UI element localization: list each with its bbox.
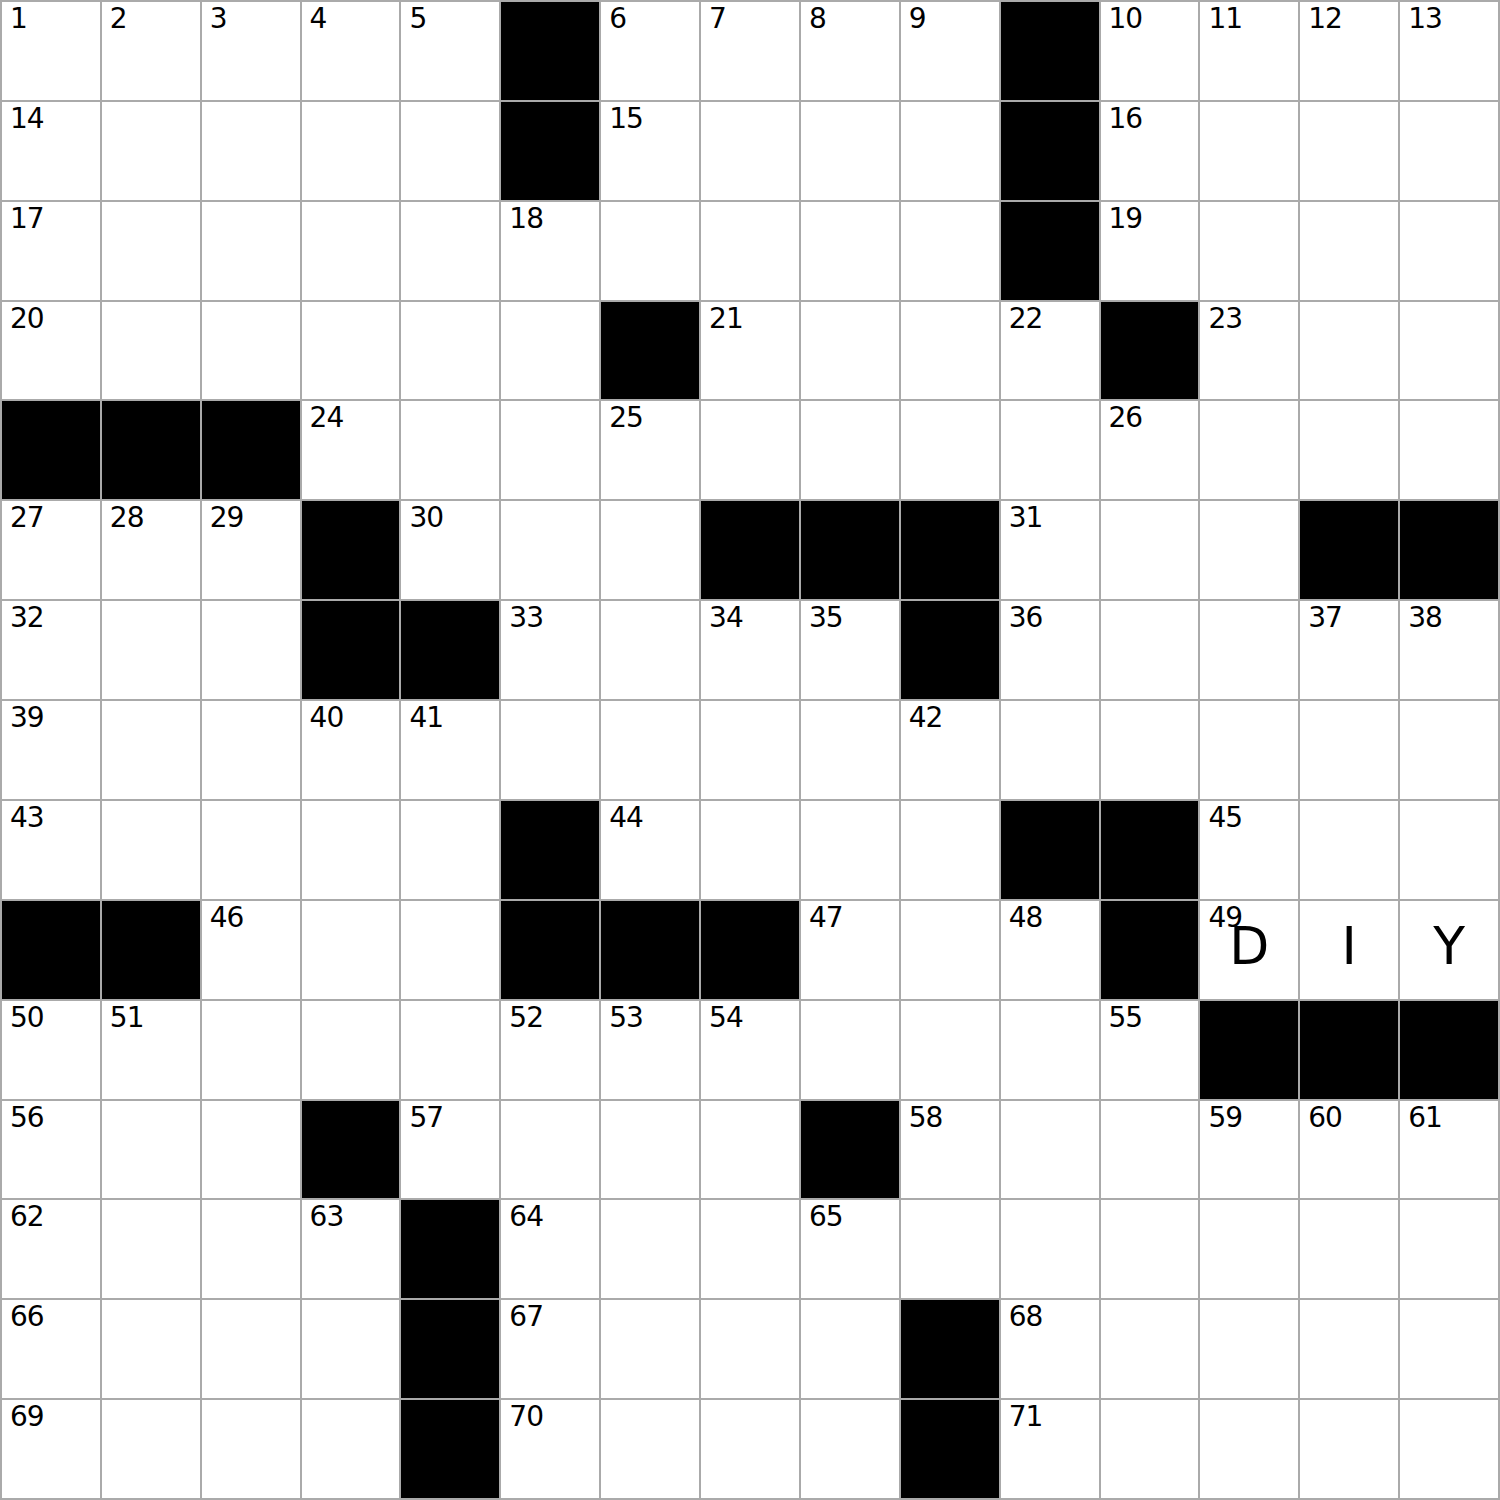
black-square [202, 401, 300, 499]
cell-r14c9[interactable] [801, 1300, 899, 1398]
clue-number: 33 [509, 603, 543, 634]
cell-r14c6[interactable]: 67 [501, 1300, 599, 1398]
cell-r10c11[interactable]: 48 [1001, 901, 1099, 999]
cell-r15c8[interactable] [701, 1400, 799, 1498]
cell-r14c2[interactable] [102, 1300, 200, 1398]
cell-r14c4[interactable] [302, 1300, 400, 1398]
cell-r1c4[interactable]: 4 [302, 2, 400, 100]
cell-r1c10[interactable]: 9 [901, 2, 999, 100]
clue-number: 57 [409, 1103, 443, 1134]
cell-r10c15[interactable]: Y [1400, 901, 1498, 999]
cell-r11c10[interactable] [901, 1001, 999, 1099]
cell-r10c14[interactable]: I [1300, 901, 1398, 999]
cell-r4c13[interactable]: 23 [1200, 302, 1298, 400]
cell-r9c1[interactable]: 43 [2, 801, 100, 899]
cell-r3c4[interactable] [302, 202, 400, 300]
cell-r14c14[interactable] [1300, 1300, 1398, 1398]
clue-number: 65 [809, 1202, 843, 1233]
cell-r3c15[interactable] [1400, 202, 1498, 300]
cell-r3c7[interactable] [601, 202, 699, 300]
cell-r4c2[interactable] [102, 302, 200, 400]
cell-r1c12[interactable]: 10 [1101, 2, 1199, 100]
cell-r11c3[interactable] [202, 1001, 300, 1099]
cell-r5c15[interactable] [1400, 401, 1498, 499]
clue-number: 44 [609, 803, 643, 834]
cell-r15c15[interactable] [1400, 1400, 1498, 1498]
cell-r3c14[interactable] [1300, 202, 1398, 300]
cell-r4c3[interactable] [202, 302, 300, 400]
cell-r6c6[interactable] [501, 501, 599, 599]
clue-number: 8 [809, 4, 826, 35]
cell-r8c9[interactable] [801, 701, 899, 799]
cell-r3c8[interactable] [701, 202, 799, 300]
cell-r13c13[interactable] [1200, 1200, 1298, 1298]
clue-number: 35 [809, 603, 843, 634]
clue-number: 66 [10, 1302, 44, 1333]
clue-number: 18 [509, 204, 543, 235]
cell-r13c1[interactable]: 62 [2, 1200, 100, 1298]
cell-r14c8[interactable] [701, 1300, 799, 1398]
cell-r15c12[interactable] [1101, 1400, 1199, 1498]
cell-r15c13[interactable] [1200, 1400, 1298, 1498]
black-square [401, 1400, 499, 1498]
cell-r4c5[interactable] [401, 302, 499, 400]
cell-r13c11[interactable] [1001, 1200, 1099, 1298]
cell-r9c10[interactable] [901, 801, 999, 899]
cell-r9c8[interactable] [701, 801, 799, 899]
cell-letter: I [1300, 901, 1398, 999]
black-square [1101, 801, 1199, 899]
black-square [901, 1300, 999, 1398]
cell-r9c5[interactable] [401, 801, 499, 899]
black-square [1001, 801, 1099, 899]
cell-r13c14[interactable] [1300, 1200, 1398, 1298]
cell-r15c6[interactable]: 70 [501, 1400, 599, 1498]
black-square [401, 1300, 499, 1398]
cell-r12c8[interactable] [701, 1101, 799, 1199]
clue-number: 64 [509, 1202, 543, 1233]
cell-r7c2[interactable] [102, 601, 200, 699]
cell-r2c9[interactable] [801, 102, 899, 200]
cell-r5c13[interactable] [1200, 401, 1298, 499]
cell-r2c15[interactable] [1400, 102, 1498, 200]
clue-number: 55 [1109, 1003, 1143, 1034]
clue-number: 16 [1109, 104, 1143, 135]
cell-r1c14[interactable]: 12 [1300, 2, 1398, 100]
clue-number: 29 [210, 503, 244, 534]
clue-number: 22 [1009, 304, 1043, 335]
clue-number: 34 [709, 603, 743, 634]
black-square [1300, 1001, 1398, 1099]
cell-r7c7[interactable] [601, 601, 699, 699]
cell-r6c2[interactable]: 28 [102, 501, 200, 599]
clue-number: 5 [409, 4, 426, 35]
clue-number: 23 [1208, 304, 1242, 335]
cell-r1c15[interactable]: 13 [1400, 2, 1498, 100]
cell-r14c13[interactable] [1200, 1300, 1298, 1398]
cell-r1c5[interactable]: 5 [401, 2, 499, 100]
cell-r5c12[interactable]: 26 [1101, 401, 1199, 499]
black-square [501, 102, 599, 200]
cell-r5c14[interactable] [1300, 401, 1398, 499]
cell-r15c1[interactable]: 69 [2, 1400, 100, 1498]
cell-r2c10[interactable] [901, 102, 999, 200]
cell-r3c10[interactable] [901, 202, 999, 300]
cell-r12c5[interactable]: 57 [401, 1101, 499, 1199]
clue-number: 31 [1009, 503, 1043, 534]
cell-r6c7[interactable] [601, 501, 699, 599]
clue-number: 50 [10, 1003, 44, 1034]
clue-number: 12 [1308, 4, 1342, 35]
cell-r5c5[interactable] [401, 401, 499, 499]
black-square [501, 901, 599, 999]
cell-r5c8[interactable] [701, 401, 799, 499]
cell-r3c6[interactable]: 18 [501, 202, 599, 300]
clue-number: 26 [1109, 403, 1143, 434]
clue-number: 19 [1109, 204, 1143, 235]
cell-r9c2[interactable] [102, 801, 200, 899]
cell-r13c12[interactable] [1101, 1200, 1199, 1298]
clue-number: 41 [409, 703, 443, 734]
crossword-grid: 1234567891011121314151617181920212223242… [0, 0, 1500, 1500]
clue-number: 70 [509, 1402, 543, 1433]
clue-number: 13 [1408, 4, 1442, 35]
cell-r1c3[interactable]: 3 [202, 2, 300, 100]
clue-number: 39 [10, 703, 44, 734]
clue-number: 45 [1208, 803, 1242, 834]
cell-r1c13[interactable]: 11 [1200, 2, 1298, 100]
cell-r15c2[interactable] [102, 1400, 200, 1498]
clue-number: 20 [10, 304, 44, 335]
black-square [801, 501, 899, 599]
clue-number: 46 [210, 903, 244, 934]
cell-r8c11[interactable] [1001, 701, 1099, 799]
black-square [2, 401, 100, 499]
clue-number: 71 [1009, 1402, 1043, 1433]
clue-number: 37 [1308, 603, 1342, 634]
clue-number: 6 [609, 4, 626, 35]
clue-number: 27 [10, 503, 44, 534]
cell-r13c10[interactable] [901, 1200, 999, 1298]
cell-r14c11[interactable]: 68 [1001, 1300, 1099, 1398]
black-square [1400, 1001, 1498, 1099]
cell-r2c14[interactable] [1300, 102, 1398, 200]
cell-r11c6[interactable]: 52 [501, 1001, 599, 1099]
clue-number: 59 [1208, 1103, 1242, 1134]
black-square [1101, 302, 1199, 400]
clue-number: 3 [210, 4, 227, 35]
black-square [601, 302, 699, 400]
cell-r5c11[interactable] [1001, 401, 1099, 499]
cell-r12c2[interactable] [102, 1101, 200, 1199]
cell-r12c1[interactable]: 56 [2, 1101, 100, 1199]
cell-r14c12[interactable] [1101, 1300, 1199, 1398]
cell-r3c13[interactable] [1200, 202, 1298, 300]
cell-r15c9[interactable] [801, 1400, 899, 1498]
cell-r8c5[interactable]: 41 [401, 701, 499, 799]
cell-r7c13[interactable] [1200, 601, 1298, 699]
clue-number: 11 [1208, 4, 1242, 35]
cell-r11c7[interactable]: 53 [601, 1001, 699, 1099]
clue-number: 62 [10, 1202, 44, 1233]
cell-r7c3[interactable] [202, 601, 300, 699]
black-square [1001, 202, 1099, 300]
cell-r2c4[interactable] [302, 102, 400, 200]
cell-r15c4[interactable] [302, 1400, 400, 1498]
cell-r4c14[interactable] [1300, 302, 1398, 400]
clue-number: 53 [609, 1003, 643, 1034]
cell-r8c13[interactable] [1200, 701, 1298, 799]
cell-r6c5[interactable]: 30 [401, 501, 499, 599]
black-square [901, 601, 999, 699]
cell-r5c4[interactable]: 24 [302, 401, 400, 499]
black-square [401, 1200, 499, 1298]
clue-number: 48 [1009, 903, 1043, 934]
cell-r2c12[interactable]: 16 [1101, 102, 1199, 200]
cell-r10c4[interactable] [302, 901, 400, 999]
clue-number: 15 [609, 104, 643, 135]
cell-letter: Y [1400, 901, 1498, 999]
cell-r4c9[interactable] [801, 302, 899, 400]
cell-r5c10[interactable] [901, 401, 999, 499]
black-square [501, 801, 599, 899]
clue-number: 32 [10, 603, 44, 634]
cell-r11c2[interactable]: 51 [102, 1001, 200, 1099]
cell-r3c5[interactable] [401, 202, 499, 300]
clue-number: 47 [809, 903, 843, 934]
cell-r1c8[interactable]: 7 [701, 2, 799, 100]
cell-r8c2[interactable] [102, 701, 200, 799]
cell-r2c7[interactable]: 15 [601, 102, 699, 200]
cell-r11c9[interactable] [801, 1001, 899, 1099]
cell-r15c14[interactable] [1300, 1400, 1398, 1498]
cell-r7c8[interactable]: 34 [701, 601, 799, 699]
clue-number: 2 [110, 4, 127, 35]
cell-r1c1[interactable]: 1 [2, 2, 100, 100]
cell-r14c3[interactable] [202, 1300, 300, 1398]
cell-r7c6[interactable]: 33 [501, 601, 599, 699]
cell-r15c11[interactable]: 71 [1001, 1400, 1099, 1498]
cell-r11c1[interactable]: 50 [2, 1001, 100, 1099]
cell-r12c14[interactable]: 60 [1300, 1101, 1398, 1199]
cell-r12c15[interactable]: 61 [1400, 1101, 1498, 1199]
black-square [701, 501, 799, 599]
cell-r10c5[interactable] [401, 901, 499, 999]
cell-r3c12[interactable]: 19 [1101, 202, 1199, 300]
black-square [302, 1101, 400, 1199]
cell-r8c7[interactable] [601, 701, 699, 799]
clue-number: 51 [110, 1003, 144, 1034]
cell-r5c9[interactable] [801, 401, 899, 499]
cell-r11c11[interactable] [1001, 1001, 1099, 1099]
clue-number: 10 [1109, 4, 1143, 35]
clue-number: 36 [1009, 603, 1043, 634]
cell-r5c7[interactable]: 25 [601, 401, 699, 499]
cell-r4c6[interactable] [501, 302, 599, 400]
clue-number: 61 [1408, 1103, 1442, 1134]
cell-r2c1[interactable]: 14 [2, 102, 100, 200]
cell-r6c1[interactable]: 27 [2, 501, 100, 599]
black-square [1400, 501, 1498, 599]
cell-r10c9[interactable]: 47 [801, 901, 899, 999]
cell-r7c14[interactable]: 37 [1300, 601, 1398, 699]
clue-number: 21 [709, 304, 743, 335]
cell-r9c15[interactable] [1400, 801, 1498, 899]
cell-r15c7[interactable] [601, 1400, 699, 1498]
cell-r9c7[interactable]: 44 [601, 801, 699, 899]
cell-r4c10[interactable] [901, 302, 999, 400]
cell-r3c3[interactable] [202, 202, 300, 300]
cell-r10c3[interactable]: 46 [202, 901, 300, 999]
cell-r9c3[interactable] [202, 801, 300, 899]
black-square [102, 901, 200, 999]
cell-r13c2[interactable] [102, 1200, 200, 1298]
cell-letter: D [1200, 901, 1298, 999]
cell-r4c8[interactable]: 21 [701, 302, 799, 400]
clue-number: 25 [609, 403, 643, 434]
cell-r13c6[interactable]: 64 [501, 1200, 599, 1298]
cell-r9c4[interactable] [302, 801, 400, 899]
cell-r12c3[interactable] [202, 1101, 300, 1199]
clue-number: 63 [310, 1202, 344, 1233]
cell-r4c4[interactable] [302, 302, 400, 400]
clue-number: 40 [310, 703, 344, 734]
cell-r3c2[interactable] [102, 202, 200, 300]
cell-r11c5[interactable] [401, 1001, 499, 1099]
cell-r6c12[interactable] [1101, 501, 1199, 599]
black-square [601, 901, 699, 999]
cell-r12c11[interactable] [1001, 1101, 1099, 1199]
clue-number: 30 [409, 503, 443, 534]
cell-r12c7[interactable] [601, 1101, 699, 1199]
cell-r2c2[interactable] [102, 102, 200, 200]
cell-r1c9[interactable]: 8 [801, 2, 899, 100]
cell-r13c8[interactable] [701, 1200, 799, 1298]
cell-r7c15[interactable]: 38 [1400, 601, 1498, 699]
cell-r12c12[interactable] [1101, 1101, 1199, 1199]
cell-r6c3[interactable]: 29 [202, 501, 300, 599]
cell-r7c12[interactable] [1101, 601, 1199, 699]
cell-r12c13[interactable]: 59 [1200, 1101, 1298, 1199]
cell-r13c15[interactable] [1400, 1200, 1498, 1298]
cell-r8c10[interactable]: 42 [901, 701, 999, 799]
cell-r12c6[interactable] [501, 1101, 599, 1199]
cell-r7c11[interactable]: 36 [1001, 601, 1099, 699]
cell-r2c5[interactable] [401, 102, 499, 200]
clue-number: 43 [10, 803, 44, 834]
cell-r5c6[interactable] [501, 401, 599, 499]
black-square [102, 401, 200, 499]
clue-number: 24 [310, 403, 344, 434]
cell-r13c4[interactable]: 63 [302, 1200, 400, 1298]
cell-r8c14[interactable] [1300, 701, 1398, 799]
clue-number: 42 [909, 703, 943, 734]
black-square [1001, 102, 1099, 200]
cell-r6c13[interactable] [1200, 501, 1298, 599]
black-square [1200, 1001, 1298, 1099]
cell-r4c1[interactable]: 20 [2, 302, 100, 400]
cell-r8c8[interactable] [701, 701, 799, 799]
cell-r7c1[interactable]: 32 [2, 601, 100, 699]
cell-r9c14[interactable] [1300, 801, 1398, 899]
clue-number: 28 [110, 503, 144, 534]
cell-r14c7[interactable] [601, 1300, 699, 1398]
cell-r13c3[interactable] [202, 1200, 300, 1298]
cell-r9c9[interactable] [801, 801, 899, 899]
cell-r4c15[interactable] [1400, 302, 1498, 400]
cell-r2c13[interactable] [1200, 102, 1298, 200]
clue-number: 58 [909, 1103, 943, 1134]
cell-r14c15[interactable] [1400, 1300, 1498, 1398]
cell-r7c9[interactable]: 35 [801, 601, 899, 699]
cell-r10c10[interactable] [901, 901, 999, 999]
cell-r9c13[interactable]: 45 [1200, 801, 1298, 899]
cell-r2c8[interactable] [701, 102, 799, 200]
black-square [302, 501, 400, 599]
black-square [401, 601, 499, 699]
cell-r1c2[interactable]: 2 [102, 2, 200, 100]
cell-r11c12[interactable]: 55 [1101, 1001, 1199, 1099]
black-square [901, 501, 999, 599]
black-square [901, 1400, 999, 1498]
cell-r1c7[interactable]: 6 [601, 2, 699, 100]
cell-r8c1[interactable]: 39 [2, 701, 100, 799]
black-square [1300, 501, 1398, 599]
cell-r13c9[interactable]: 65 [801, 1200, 899, 1298]
black-square [501, 2, 599, 100]
cell-r13c7[interactable] [601, 1200, 699, 1298]
clue-number: 7 [709, 4, 726, 35]
cell-r12c10[interactable]: 58 [901, 1101, 999, 1199]
black-square [701, 901, 799, 999]
clue-number: 1 [10, 4, 27, 35]
cell-r8c15[interactable] [1400, 701, 1498, 799]
black-square [1101, 901, 1199, 999]
cell-r15c3[interactable] [202, 1400, 300, 1498]
black-square [302, 601, 400, 699]
clue-number: 52 [509, 1003, 543, 1034]
cell-r10c13[interactable]: 49D [1200, 901, 1298, 999]
black-square [2, 901, 100, 999]
clue-number: 54 [709, 1003, 743, 1034]
clue-number: 17 [10, 204, 44, 235]
clue-number: 56 [10, 1103, 44, 1134]
black-square [1001, 2, 1099, 100]
cell-r8c12[interactable] [1101, 701, 1199, 799]
clue-number: 14 [10, 104, 44, 135]
clue-number: 38 [1408, 603, 1442, 634]
cell-r11c4[interactable] [302, 1001, 400, 1099]
clue-number: 69 [10, 1402, 44, 1433]
clue-number: 4 [310, 4, 327, 35]
cell-r8c6[interactable] [501, 701, 599, 799]
clue-number: 9 [909, 4, 926, 35]
clue-number: 68 [1009, 1302, 1043, 1333]
cell-r3c1[interactable]: 17 [2, 202, 100, 300]
cell-r3c9[interactable] [801, 202, 899, 300]
cell-r11c8[interactable]: 54 [701, 1001, 799, 1099]
clue-number: 60 [1308, 1103, 1342, 1134]
black-square [801, 1101, 899, 1199]
cell-r2c3[interactable] [202, 102, 300, 200]
cell-r6c11[interactable]: 31 [1001, 501, 1099, 599]
clue-number: 67 [509, 1302, 543, 1333]
cell-r8c4[interactable]: 40 [302, 701, 400, 799]
cell-r4c11[interactable]: 22 [1001, 302, 1099, 400]
cell-r8c3[interactable] [202, 701, 300, 799]
cell-r14c1[interactable]: 66 [2, 1300, 100, 1398]
